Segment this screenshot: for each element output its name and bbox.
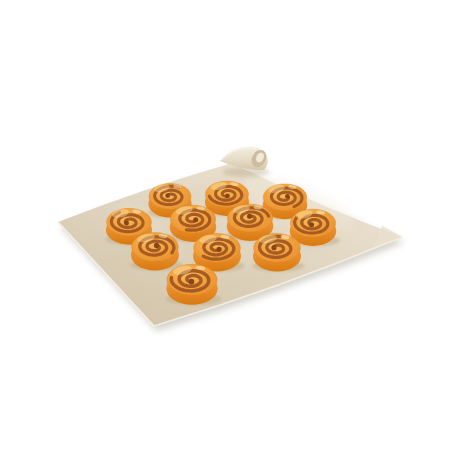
roll-swirl-center: [271, 245, 276, 250]
roll-swirl-center: [217, 247, 222, 252]
roll-swirl-center: [285, 194, 290, 199]
roll-swirl-center: [225, 194, 230, 199]
product-photo: [0, 0, 460, 460]
roll-swirl-center: [189, 279, 195, 285]
roll-swirl-center: [124, 221, 129, 226]
roll-swirl-center: [309, 222, 314, 227]
roll-swirl-center: [165, 193, 170, 198]
roll-swirl-center: [193, 217, 198, 222]
roll-swirl-center: [247, 214, 252, 219]
cinnamon-rolls-scene: [0, 0, 460, 460]
roll-swirl-center: [154, 243, 159, 248]
